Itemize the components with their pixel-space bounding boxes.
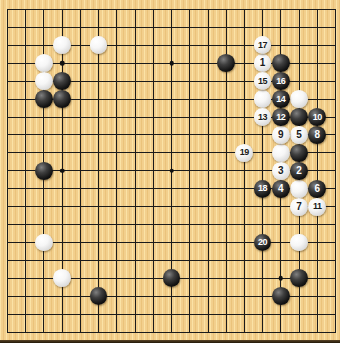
go-stone-white[interactable] (53, 36, 71, 54)
go-stone-black[interactable] (290, 144, 308, 162)
go-stone-white[interactable]: 7 (290, 198, 308, 216)
go-stone-black[interactable] (272, 54, 290, 72)
go-stone-black[interactable]: 8 (308, 126, 326, 144)
go-stone-black[interactable]: 10 (308, 108, 326, 126)
go-stone-black[interactable]: 18 (254, 180, 272, 198)
go-stone-black[interactable] (53, 72, 71, 90)
go-stone-white[interactable] (35, 54, 53, 72)
move-number: 17 (258, 41, 267, 50)
go-stone-black[interactable] (272, 287, 290, 305)
go-stone-white[interactable]: 3 (272, 162, 290, 180)
stones-layer: 1234567891011121314151617181920 (0, 1, 340, 342)
move-number: 4 (278, 184, 284, 194)
move-number: 3 (278, 166, 284, 176)
go-board[interactable]: 1234567891011121314151617181920 (0, 0, 340, 343)
move-number: 16 (276, 77, 285, 86)
move-number: 9 (278, 130, 284, 140)
move-number: 10 (313, 113, 322, 122)
go-stone-white[interactable]: 1 (254, 54, 272, 72)
go-stone-black[interactable] (35, 162, 53, 180)
move-number: 2 (296, 166, 302, 176)
go-stone-white[interactable] (53, 269, 71, 287)
go-stone-white[interactable] (90, 36, 108, 54)
go-stone-white[interactable]: 17 (254, 36, 272, 54)
go-stone-black[interactable]: 4 (272, 180, 290, 198)
go-stone-black[interactable] (90, 287, 108, 305)
move-number: 18 (258, 184, 267, 193)
go-stone-white[interactable] (290, 90, 308, 108)
go-stone-black[interactable]: 6 (308, 180, 326, 198)
go-stone-white[interactable]: 15 (254, 72, 272, 90)
go-stone-white[interactable]: 9 (272, 126, 290, 144)
move-number: 12 (276, 113, 285, 122)
move-number: 7 (296, 202, 302, 212)
move-number: 13 (258, 113, 267, 122)
go-stone-white[interactable] (272, 144, 290, 162)
go-stone-black[interactable] (290, 108, 308, 126)
move-number: 20 (258, 238, 267, 247)
move-number: 6 (314, 184, 320, 194)
go-stone-white[interactable]: 11 (308, 198, 326, 216)
move-number: 15 (258, 77, 267, 86)
go-stone-black[interactable]: 20 (254, 234, 272, 252)
go-stone-white[interactable] (254, 90, 272, 108)
go-stone-white[interactable] (35, 72, 53, 90)
go-stone-white[interactable] (35, 234, 53, 252)
go-stone-black[interactable] (53, 90, 71, 108)
go-stone-white[interactable]: 19 (235, 144, 253, 162)
move-number: 5 (296, 130, 302, 140)
move-number: 14 (276, 95, 285, 104)
go-stone-white[interactable] (290, 234, 308, 252)
go-stone-black[interactable]: 2 (290, 162, 308, 180)
move-number: 11 (313, 202, 322, 211)
go-stone-black[interactable] (163, 269, 181, 287)
move-number: 19 (240, 148, 249, 157)
move-number: 8 (314, 130, 320, 140)
go-stone-black[interactable] (217, 54, 235, 72)
go-stone-black[interactable]: 12 (272, 108, 290, 126)
go-stone-black[interactable] (35, 90, 53, 108)
go-stone-black[interactable]: 14 (272, 90, 290, 108)
go-stone-white[interactable] (290, 180, 308, 198)
go-stone-white[interactable]: 13 (254, 108, 272, 126)
move-number: 1 (260, 58, 266, 68)
go-stone-black[interactable]: 16 (272, 72, 290, 90)
go-stone-white[interactable]: 5 (290, 126, 308, 144)
go-stone-black[interactable] (290, 269, 308, 287)
